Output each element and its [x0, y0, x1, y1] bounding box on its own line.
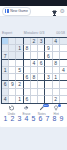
cell-r2c4[interactable]: 8	[24, 45, 31, 52]
cell-r8c4[interactable]	[24, 89, 31, 96]
cell-r4c6[interactable]: 6	[38, 60, 45, 67]
cell-r9c4[interactable]: 6	[24, 96, 31, 103]
cell-r4c9[interactable]	[60, 60, 67, 67]
numpad-4[interactable]: 4	[25, 115, 29, 122]
info-bar: Expert Mistakes: 0/3 00:58	[2, 30, 65, 36]
eraser-icon	[23, 105, 29, 111]
cell-r5c2[interactable]	[9, 67, 16, 74]
cell-r6c7[interactable]: 3	[45, 74, 52, 81]
hint-badge	[58, 104, 61, 107]
numpad-6[interactable]: 6	[39, 115, 43, 122]
cell-r7c6[interactable]	[38, 81, 45, 88]
cell-r5c6[interactable]	[38, 67, 45, 74]
cell-r7c2[interactable]: 9	[9, 81, 16, 88]
cell-r3c2[interactable]	[9, 52, 16, 59]
cell-r1c2[interactable]	[9, 38, 16, 45]
cell-r5c8[interactable]	[53, 67, 60, 74]
cell-r7c8[interactable]	[53, 81, 60, 88]
cell-r3c5[interactable]	[31, 52, 38, 59]
erase-button[interactable]: Erase	[22, 105, 30, 116]
cell-r4c4[interactable]	[24, 60, 31, 67]
cell-r1c6[interactable]: 3	[38, 38, 45, 45]
cell-r6c3[interactable]	[16, 74, 23, 81]
cell-r6c1[interactable]	[2, 74, 9, 81]
cell-r4c1[interactable]	[2, 60, 9, 67]
cell-r7c4[interactable]	[24, 81, 31, 88]
numpad-8[interactable]: 8	[53, 115, 57, 122]
cell-r3c4[interactable]	[24, 52, 31, 59]
trophy-icon[interactable]	[52, 2, 57, 20]
cell-r1c9[interactable]	[60, 38, 67, 45]
cell-r6c5[interactable]: 8	[31, 74, 38, 81]
mistakes-counter: Mistakes: 0/3	[24, 31, 45, 35]
cell-r6c8[interactable]: 1	[53, 74, 60, 81]
numpad-7[interactable]: 7	[46, 115, 50, 122]
cell-r2c9[interactable]	[60, 45, 67, 52]
cell-r8c5[interactable]	[31, 89, 38, 96]
cell-r6c6[interactable]	[38, 74, 45, 81]
cell-r3c8[interactable]	[53, 52, 60, 59]
cell-r9c3[interactable]: 1	[16, 96, 23, 103]
cell-r8c1[interactable]	[2, 89, 9, 96]
cell-r8c2[interactable]	[9, 89, 16, 96]
number-pad: 123456789	[0, 115, 67, 122]
cell-r8c6[interactable]	[38, 89, 45, 96]
new-game-label: New Game	[10, 9, 28, 13]
cell-r8c3[interactable]	[16, 89, 23, 96]
cell-r8c9[interactable]	[60, 89, 67, 96]
cell-r3c7[interactable]: 6	[45, 52, 52, 59]
hint-button[interactable]: Hint	[53, 105, 59, 116]
cell-r5c3[interactable]: 5	[16, 67, 23, 74]
cell-r1c7[interactable]	[45, 38, 52, 45]
timer: 00:58	[56, 31, 65, 35]
cell-r7c5[interactable]	[31, 81, 38, 88]
cell-r9c6[interactable]	[38, 96, 45, 103]
cell-r7c9[interactable]	[60, 81, 67, 88]
cell-r5c4[interactable]	[24, 67, 31, 74]
numpad-1[interactable]: 1	[4, 115, 8, 122]
cell-r9c8[interactable]: 2	[53, 96, 60, 103]
cell-r9c1[interactable]: 4	[2, 96, 9, 103]
cell-r8c7[interactable]	[45, 89, 52, 96]
notes-badge: OFF	[43, 104, 49, 107]
cell-r3c3[interactable]	[16, 52, 23, 59]
cell-r3c9[interactable]	[60, 52, 67, 59]
sudoku-board: 2341897646815468316924162	[1, 37, 67, 104]
cell-r4c8[interactable]: 8	[53, 60, 60, 67]
cell-r1c3[interactable]	[16, 38, 23, 45]
cell-r4c5[interactable]: 4	[31, 60, 38, 67]
numpad-3[interactable]: 3	[18, 115, 22, 122]
new-game-button[interactable]: New Game	[2, 7, 31, 16]
cell-r9c9[interactable]	[60, 96, 67, 103]
cell-r4c7[interactable]	[45, 60, 52, 67]
cell-r9c7[interactable]	[45, 96, 52, 103]
cell-r2c2[interactable]	[9, 45, 16, 52]
cell-r5c7[interactable]	[45, 67, 52, 74]
notes-button[interactable]: OFF Notes	[38, 105, 46, 116]
toolbar: Undo Erase OFF Notes Hint	[0, 105, 67, 116]
cell-r7c3[interactable]: 2	[16, 81, 23, 88]
cell-r1c5[interactable]: 2	[31, 38, 38, 45]
cell-r9c5[interactable]	[31, 96, 38, 103]
cell-r5c1[interactable]: 1	[2, 67, 9, 74]
numpad-5[interactable]: 5	[32, 115, 36, 122]
cell-r6c2[interactable]	[9, 74, 16, 81]
cell-r5c9[interactable]: 4	[60, 67, 67, 74]
cell-r7c7[interactable]	[45, 81, 52, 88]
cell-r2c3[interactable]: 1	[16, 45, 23, 52]
cell-r1c8[interactable]: 4	[53, 38, 60, 45]
cell-r4c3[interactable]	[16, 60, 23, 67]
cell-r1c1[interactable]	[2, 38, 9, 45]
numpad-9[interactable]: 9	[60, 115, 64, 122]
cell-r3c6[interactable]	[38, 52, 45, 59]
cell-r7c1[interactable]: 6	[2, 81, 9, 88]
cell-r2c8[interactable]	[53, 45, 60, 52]
cell-r4c2[interactable]	[9, 60, 16, 67]
cell-r2c1[interactable]	[2, 45, 9, 52]
numpad-2[interactable]: 2	[11, 115, 15, 122]
cell-r8c8[interactable]	[53, 89, 60, 96]
cell-r5c5[interactable]	[31, 67, 38, 74]
cell-r3c1[interactable]: 7	[2, 52, 9, 59]
grid-icon	[5, 9, 9, 13]
undo-icon	[8, 105, 14, 111]
cell-r6c4[interactable]: 6	[24, 74, 31, 81]
app-bar: New Game ⚙	[0, 6, 67, 17]
cell-r9c2[interactable]	[9, 96, 16, 103]
cell-r6c9[interactable]	[60, 74, 67, 81]
cell-r1c4[interactable]	[24, 38, 31, 45]
undo-button[interactable]: Undo	[8, 105, 15, 116]
cell-r2c5[interactable]	[31, 45, 38, 52]
settings-gear-icon[interactable]: ⚙	[60, 8, 65, 14]
cell-r2c6[interactable]	[38, 45, 45, 52]
cell-r2c7[interactable]: 9	[45, 45, 52, 52]
difficulty-label: Expert	[2, 31, 12, 35]
